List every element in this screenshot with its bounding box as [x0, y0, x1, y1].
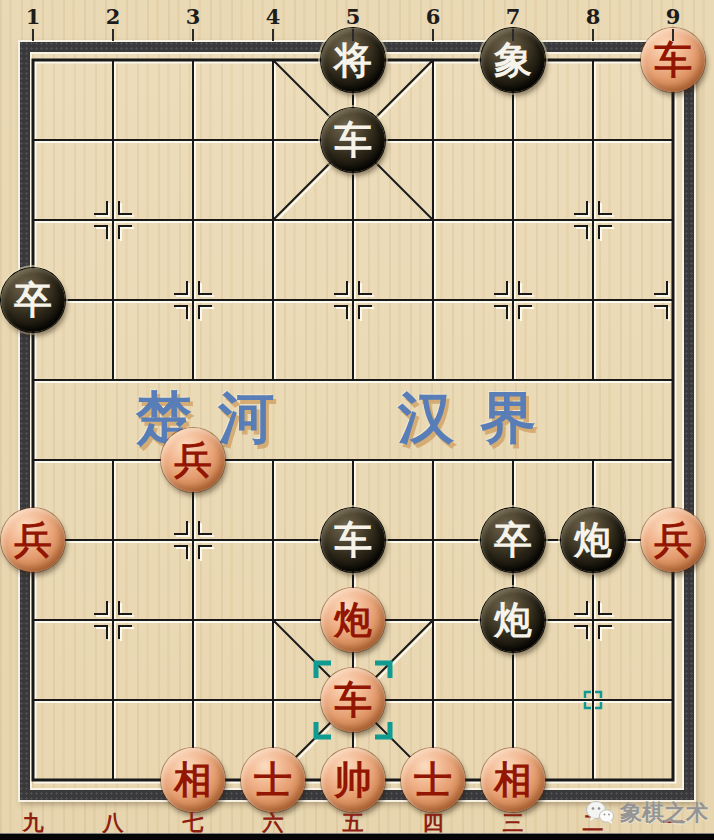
- board-point[interactable]: 卒: [473, 500, 553, 580]
- piece-red-elephant[interactable]: 相: [481, 748, 545, 812]
- board-point[interactable]: [73, 740, 153, 820]
- file-tick: [432, 29, 434, 41]
- board-point[interactable]: 车: [313, 660, 393, 740]
- file-label-top: 8: [573, 4, 613, 29]
- board-point[interactable]: [313, 180, 393, 260]
- file-label-top: 3: [173, 4, 213, 29]
- file-tick: [352, 29, 354, 41]
- piece-red-advisor[interactable]: 士: [241, 748, 305, 812]
- board-point[interactable]: [553, 420, 633, 500]
- board-point[interactable]: [153, 260, 233, 340]
- board-point[interactable]: [633, 100, 713, 180]
- piece-black-cannon[interactable]: 炮: [561, 508, 625, 572]
- board-point[interactable]: 车: [313, 500, 393, 580]
- file-label-top: 4: [253, 4, 293, 29]
- file-tick: [512, 29, 514, 41]
- board-point[interactable]: [393, 100, 473, 180]
- board-point[interactable]: [633, 260, 713, 340]
- board-point[interactable]: [233, 260, 313, 340]
- file-tick: [32, 29, 34, 41]
- board-point[interactable]: [153, 660, 233, 740]
- board-point[interactable]: [393, 420, 473, 500]
- board-point[interactable]: 士: [233, 740, 313, 820]
- board-point[interactable]: [73, 340, 153, 420]
- board-point[interactable]: [73, 580, 153, 660]
- watermark-text: 象棋之术: [620, 798, 708, 828]
- piece-black-chariot[interactable]: 车: [321, 508, 385, 572]
- board-point[interactable]: [73, 180, 153, 260]
- board-point[interactable]: 士: [393, 740, 473, 820]
- board-point[interactable]: 炮: [473, 580, 553, 660]
- piece-black-soldier[interactable]: 卒: [1, 268, 65, 332]
- board-point[interactable]: 卒: [0, 260, 73, 340]
- board-point[interactable]: [633, 580, 713, 660]
- piece-red-chariot[interactable]: 车: [321, 668, 385, 732]
- board-point[interactable]: [233, 180, 313, 260]
- piece-black-soldier[interactable]: 卒: [481, 508, 545, 572]
- board-point[interactable]: 兵: [0, 500, 73, 580]
- file-tick: [192, 29, 194, 41]
- piece-red-general[interactable]: 帅: [321, 748, 385, 812]
- file-label-top: 6: [413, 4, 453, 29]
- board-point[interactable]: [233, 500, 313, 580]
- board-point[interactable]: [233, 660, 313, 740]
- board-point[interactable]: [473, 660, 553, 740]
- board-point[interactable]: [393, 500, 473, 580]
- board-point[interactable]: [313, 340, 393, 420]
- board-point[interactable]: [233, 420, 313, 500]
- wechat-icon: [585, 800, 615, 826]
- board-point[interactable]: [0, 420, 73, 500]
- board-point[interactable]: [233, 100, 313, 180]
- file-label-top: 2: [93, 4, 133, 29]
- board-point[interactable]: [0, 100, 73, 180]
- piece-red-soldier[interactable]: 兵: [641, 508, 705, 572]
- board-point[interactable]: [0, 580, 73, 660]
- board-point[interactable]: [153, 500, 233, 580]
- file-label-top: 5: [333, 4, 373, 29]
- board-point[interactable]: [73, 100, 153, 180]
- board-point[interactable]: 兵: [153, 420, 233, 500]
- watermark: 象棋之术: [581, 797, 712, 829]
- board-point[interactable]: [633, 340, 713, 420]
- board-point[interactable]: [553, 180, 633, 260]
- board-point[interactable]: [313, 420, 393, 500]
- board-point[interactable]: [313, 260, 393, 340]
- board-point[interactable]: [233, 340, 313, 420]
- board-point[interactable]: [233, 580, 313, 660]
- board-point[interactable]: [393, 260, 473, 340]
- board-point[interactable]: [633, 660, 713, 740]
- board-point[interactable]: [553, 100, 633, 180]
- board-point[interactable]: [73, 420, 153, 500]
- board-grid: 将象车车卒兵兵车卒炮兵炮炮车相士帅士相: [0, 20, 713, 820]
- file-label-top: 1: [13, 4, 53, 29]
- board-point[interactable]: [0, 660, 73, 740]
- xiangqi-app: 楚河 汉界 将象车车卒兵兵车卒炮兵炮炮车相士帅士相 123456789 九八七六…: [0, 0, 714, 840]
- board-point[interactable]: [473, 100, 553, 180]
- file-label-top: 7: [493, 4, 533, 29]
- board-point[interactable]: [393, 340, 473, 420]
- file-tick: [272, 29, 274, 41]
- piece-red-soldier[interactable]: 兵: [161, 428, 225, 492]
- board-point[interactable]: [0, 340, 73, 420]
- board-point[interactable]: 相: [473, 740, 553, 820]
- board-point[interactable]: [73, 260, 153, 340]
- file-tick: [672, 29, 674, 41]
- piece-red-advisor[interactable]: 士: [401, 748, 465, 812]
- board-point[interactable]: [393, 180, 473, 260]
- board-point[interactable]: [393, 580, 473, 660]
- piece-black-chariot[interactable]: 车: [321, 108, 385, 172]
- board-point[interactable]: [153, 340, 233, 420]
- board-point[interactable]: [553, 260, 633, 340]
- board-point[interactable]: 车: [313, 100, 393, 180]
- piece-black-cannon[interactable]: 炮: [481, 588, 545, 652]
- board-point[interactable]: [633, 420, 713, 500]
- file-tick: [112, 29, 114, 41]
- board-point[interactable]: [553, 660, 633, 740]
- board-point[interactable]: [153, 180, 233, 260]
- piece-red-cannon[interactable]: 炮: [321, 588, 385, 652]
- board-point[interactable]: [0, 180, 73, 260]
- board-point[interactable]: [473, 260, 553, 340]
- board-point[interactable]: [73, 660, 153, 740]
- board-point[interactable]: [553, 580, 633, 660]
- file-label-top: 9: [653, 4, 693, 29]
- board-point[interactable]: 炮: [553, 500, 633, 580]
- board-point[interactable]: [473, 180, 553, 260]
- piece-red-soldier[interactable]: 兵: [1, 508, 65, 572]
- bottom-bar: [0, 833, 714, 840]
- board-point[interactable]: 炮: [313, 580, 393, 660]
- board-point[interactable]: [473, 340, 553, 420]
- board-point[interactable]: 兵: [633, 500, 713, 580]
- board-point[interactable]: [0, 20, 73, 100]
- board-point[interactable]: [393, 660, 473, 740]
- piece-red-elephant[interactable]: 相: [161, 748, 225, 812]
- board-point[interactable]: 相: [153, 740, 233, 820]
- board-point[interactable]: [73, 500, 153, 580]
- board-point[interactable]: [153, 580, 233, 660]
- board-point[interactable]: [553, 340, 633, 420]
- file-tick: [592, 29, 594, 41]
- board-point[interactable]: 帅: [313, 740, 393, 820]
- board-point[interactable]: [153, 100, 233, 180]
- board-point[interactable]: [473, 420, 553, 500]
- board-point[interactable]: [633, 180, 713, 260]
- board-point[interactable]: [0, 740, 73, 820]
